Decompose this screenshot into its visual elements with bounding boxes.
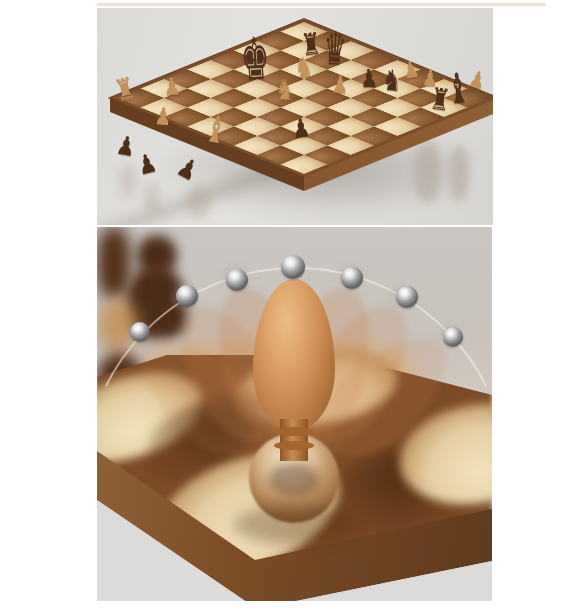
dark-king: ♚: [239, 29, 272, 89]
light-knight: ♞: [275, 76, 296, 105]
light-bishop: ♝: [203, 110, 229, 150]
steel-ball-icon: [396, 286, 418, 308]
dark-pawn: ♟: [291, 114, 312, 142]
dark-pawn: ♟: [360, 66, 379, 92]
pieces-layer: ♜♟♟♝♚♜♛♞♞♟♟♟♞♟♟♜♝♟♟♟♟: [97, 8, 493, 225]
dark-queen: ♛: [322, 27, 347, 72]
top-hairline-divider: [97, 3, 546, 6]
steel-ball-icon: [130, 322, 150, 342]
steel-ball-icon: [341, 267, 363, 289]
steel-ball-icon: [281, 255, 305, 279]
dark-pawn: ♟: [173, 152, 203, 185]
steel-ball-finials: [97, 227, 492, 601]
product-page: ♜♟♟♝♚♜♛♞♞♟♟♟♞♟♟♜♝♟♟♟♟: [0, 0, 579, 616]
dark-pawn: ♟: [115, 132, 138, 161]
light-pawn: ♟: [401, 58, 421, 83]
light-rook: ♜: [112, 73, 138, 107]
light-pawn: ♟: [466, 67, 487, 93]
photo-wobbling-pawn-closeup: [97, 227, 492, 601]
light-pawn: ♟: [331, 72, 349, 97]
dark-pawn: ♟: [135, 149, 159, 179]
steel-ball-icon: [443, 327, 463, 347]
light-pawn: ♟: [163, 74, 181, 99]
steel-ball-icon: [226, 269, 248, 291]
dark-rook: ♜: [428, 83, 451, 115]
photo-chess-set-overview: ♜♟♟♝♚♜♛♞♞♟♟♟♞♟♟♜♝♟♟♟♟: [97, 8, 493, 225]
steel-ball-icon: [176, 285, 198, 307]
dark-knight: ♞: [381, 66, 403, 97]
light-pawn: ♟: [154, 104, 173, 129]
light-knight: ♞: [294, 54, 314, 83]
